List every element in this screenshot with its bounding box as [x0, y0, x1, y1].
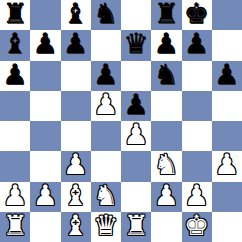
chess-board: ♜♝♞♜♚♝♟♟♛♟♟♟♟♞♟♟♟♟♟♞♟♟♟♝♞♟♟♜♝♛♜♚ — [0, 0, 242, 242]
white-knight-icon: ♞ — [154, 151, 179, 179]
square-d8[interactable]: ♞ — [91, 0, 121, 30]
square-g6[interactable] — [182, 61, 212, 91]
black-pawn-icon: ♟ — [33, 30, 58, 58]
square-d6[interactable]: ♟ — [91, 61, 121, 91]
square-e8[interactable] — [121, 0, 151, 30]
square-h3[interactable]: ♟ — [212, 151, 242, 181]
square-h7[interactable] — [212, 30, 242, 60]
square-f5[interactable] — [151, 91, 181, 121]
white-rook-icon: ♜ — [124, 212, 149, 240]
square-f3[interactable]: ♞ — [151, 151, 181, 181]
square-d2[interactable]: ♞ — [91, 182, 121, 212]
square-a7[interactable]: ♝ — [0, 30, 30, 60]
black-pawn-icon: ♟ — [214, 61, 239, 89]
black-pawn-icon: ♟ — [154, 30, 179, 58]
square-e2[interactable] — [121, 182, 151, 212]
square-g7[interactable]: ♟ — [182, 30, 212, 60]
black-rook-icon: ♜ — [154, 0, 179, 28]
square-g3[interactable] — [182, 151, 212, 181]
square-f1[interactable] — [151, 212, 181, 242]
square-b4[interactable] — [30, 121, 60, 151]
white-pawn-icon: ♟ — [214, 151, 239, 179]
square-b7[interactable]: ♟ — [30, 30, 60, 60]
black-king-icon: ♚ — [184, 0, 209, 28]
black-pawn-icon: ♟ — [124, 91, 149, 119]
black-bishop-icon: ♝ — [3, 30, 28, 58]
square-g1[interactable]: ♚ — [182, 212, 212, 242]
black-pawn-icon: ♟ — [93, 61, 118, 89]
white-bishop-icon: ♝ — [63, 212, 88, 240]
square-a5[interactable] — [0, 91, 30, 121]
square-c5[interactable] — [61, 91, 91, 121]
white-queen-icon: ♛ — [93, 212, 118, 240]
square-f7[interactable]: ♟ — [151, 30, 181, 60]
white-pawn-icon: ♟ — [33, 182, 58, 210]
square-b6[interactable] — [30, 61, 60, 91]
black-knight-icon: ♞ — [93, 0, 118, 28]
square-c8[interactable]: ♝ — [61, 0, 91, 30]
square-c2[interactable]: ♝ — [61, 182, 91, 212]
white-rook-icon: ♜ — [3, 212, 28, 240]
square-g5[interactable] — [182, 91, 212, 121]
square-a4[interactable] — [0, 121, 30, 151]
square-e4[interactable]: ♟ — [121, 121, 151, 151]
white-knight-icon: ♞ — [93, 182, 118, 210]
square-a3[interactable] — [0, 151, 30, 181]
white-pawn-icon: ♟ — [93, 91, 118, 119]
square-f2[interactable]: ♟ — [151, 182, 181, 212]
square-b2[interactable]: ♟ — [30, 182, 60, 212]
black-pawn-icon: ♟ — [184, 30, 209, 58]
square-a2[interactable]: ♟ — [0, 182, 30, 212]
white-pawn-icon: ♟ — [63, 151, 88, 179]
square-e1[interactable]: ♜ — [121, 212, 151, 242]
white-pawn-icon: ♟ — [154, 182, 179, 210]
square-b3[interactable] — [30, 151, 60, 181]
square-d5[interactable]: ♟ — [91, 91, 121, 121]
square-g8[interactable]: ♚ — [182, 0, 212, 30]
white-king-icon: ♚ — [184, 212, 209, 240]
square-h2[interactable] — [212, 182, 242, 212]
square-g4[interactable] — [182, 121, 212, 151]
square-f6[interactable]: ♞ — [151, 61, 181, 91]
square-f4[interactable] — [151, 121, 181, 151]
black-bishop-icon: ♝ — [63, 0, 88, 28]
square-g2[interactable]: ♟ — [182, 182, 212, 212]
white-bishop-icon: ♝ — [63, 182, 88, 210]
square-d4[interactable] — [91, 121, 121, 151]
black-pawn-icon: ♟ — [3, 61, 28, 89]
square-c4[interactable] — [61, 121, 91, 151]
square-a1[interactable]: ♜ — [0, 212, 30, 242]
black-queen-icon: ♛ — [124, 30, 149, 58]
white-pawn-icon: ♟ — [124, 121, 149, 149]
square-e7[interactable]: ♛ — [121, 30, 151, 60]
black-knight-icon: ♞ — [154, 61, 179, 89]
white-pawn-icon: ♟ — [3, 182, 28, 210]
square-h6[interactable]: ♟ — [212, 61, 242, 91]
square-a6[interactable]: ♟ — [0, 61, 30, 91]
square-h1[interactable] — [212, 212, 242, 242]
square-h5[interactable] — [212, 91, 242, 121]
square-e6[interactable] — [121, 61, 151, 91]
square-b1[interactable] — [30, 212, 60, 242]
square-e5[interactable]: ♟ — [121, 91, 151, 121]
square-c3[interactable]: ♟ — [61, 151, 91, 181]
square-c6[interactable] — [61, 61, 91, 91]
square-f8[interactable]: ♜ — [151, 0, 181, 30]
black-rook-icon: ♜ — [3, 0, 28, 28]
black-pawn-icon: ♟ — [63, 30, 88, 58]
square-h4[interactable] — [212, 121, 242, 151]
square-d1[interactable]: ♛ — [91, 212, 121, 242]
square-e3[interactable] — [121, 151, 151, 181]
square-c1[interactable]: ♝ — [61, 212, 91, 242]
square-a8[interactable]: ♜ — [0, 0, 30, 30]
square-b8[interactable] — [30, 0, 60, 30]
square-c7[interactable]: ♟ — [61, 30, 91, 60]
square-b5[interactable] — [30, 91, 60, 121]
square-h8[interactable] — [212, 0, 242, 30]
white-pawn-icon: ♟ — [184, 182, 209, 210]
square-d3[interactable] — [91, 151, 121, 181]
square-d7[interactable] — [91, 30, 121, 60]
